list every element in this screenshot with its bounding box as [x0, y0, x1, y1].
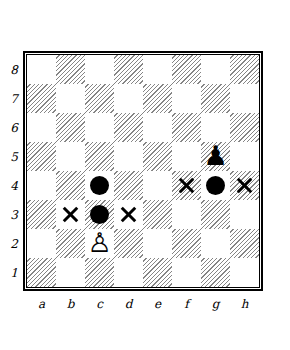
square-c3[interactable]: [85, 200, 114, 229]
square-e4[interactable]: [143, 171, 172, 200]
square-f2[interactable]: [172, 229, 201, 258]
file-label-d: d: [114, 297, 143, 311]
square-d4[interactable]: [114, 171, 143, 200]
square-g3[interactable]: [201, 200, 230, 229]
square-g2[interactable]: [201, 229, 230, 258]
square-c4[interactable]: [85, 171, 114, 200]
square-c1[interactable]: [85, 258, 114, 287]
white-pawn[interactable]: ♙: [87, 228, 111, 257]
square-h6[interactable]: [230, 113, 259, 142]
square-e1[interactable]: [143, 258, 172, 287]
rank-label-3: 3: [0, 200, 18, 229]
square-b4[interactable]: [56, 171, 85, 200]
square-d3[interactable]: [114, 200, 143, 229]
square-b6[interactable]: [56, 113, 85, 142]
rank-label-5: 5: [0, 142, 18, 171]
rank-label-8: 8: [0, 55, 18, 84]
square-c7[interactable]: [85, 84, 114, 113]
square-f4[interactable]: [172, 171, 201, 200]
square-e6[interactable]: [143, 113, 172, 142]
board-grid: ♟♙: [27, 55, 259, 287]
square-b8[interactable]: [56, 55, 85, 84]
square-h4[interactable]: [230, 171, 259, 200]
square-g5[interactable]: ♟: [201, 142, 230, 171]
rank-labels: 87654321: [0, 55, 18, 287]
square-f3[interactable]: [172, 200, 201, 229]
square-b2[interactable]: [56, 229, 85, 258]
square-h5[interactable]: [230, 142, 259, 171]
square-f6[interactable]: [172, 113, 201, 142]
square-e2[interactable]: [143, 229, 172, 258]
rank-label-1: 1: [0, 258, 18, 287]
square-d5[interactable]: [114, 142, 143, 171]
square-a1[interactable]: [27, 258, 56, 287]
square-g8[interactable]: [201, 55, 230, 84]
rank-label-4: 4: [0, 171, 18, 200]
dot-marker: [90, 176, 109, 195]
square-d7[interactable]: [114, 84, 143, 113]
chess-board: ♟♙: [23, 51, 263, 291]
x-marker: [60, 204, 81, 225]
square-a2[interactable]: [27, 229, 56, 258]
black-pawn[interactable]: ♟: [203, 141, 227, 170]
square-b3[interactable]: [56, 200, 85, 229]
square-e3[interactable]: [143, 200, 172, 229]
x-marker: [234, 175, 255, 196]
square-h8[interactable]: [230, 55, 259, 84]
square-e7[interactable]: [143, 84, 172, 113]
square-d6[interactable]: [114, 113, 143, 142]
chess-diagram: 87654321 ♟♙ abcdefgh: [0, 0, 290, 350]
square-h7[interactable]: [230, 84, 259, 113]
dot-marker: [206, 176, 225, 195]
square-f5[interactable]: [172, 142, 201, 171]
square-a5[interactable]: [27, 142, 56, 171]
file-label-h: h: [230, 297, 259, 311]
file-label-a: a: [27, 297, 56, 311]
rank-label-7: 7: [0, 84, 18, 113]
file-label-e: e: [143, 297, 172, 311]
square-h1[interactable]: [230, 258, 259, 287]
board-inner-frame: ♟♙: [26, 54, 260, 288]
rank-label-6: 6: [0, 113, 18, 142]
square-a8[interactable]: [27, 55, 56, 84]
rank-label-2: 2: [0, 229, 18, 258]
square-h3[interactable]: [230, 200, 259, 229]
square-c6[interactable]: [85, 113, 114, 142]
dot-marker: [90, 205, 109, 224]
square-c2[interactable]: ♙: [85, 229, 114, 258]
square-f8[interactable]: [172, 55, 201, 84]
square-b7[interactable]: [56, 84, 85, 113]
square-c8[interactable]: [85, 55, 114, 84]
square-f1[interactable]: [172, 258, 201, 287]
file-label-f: f: [172, 297, 201, 311]
square-a3[interactable]: [27, 200, 56, 229]
square-g4[interactable]: [201, 171, 230, 200]
square-a7[interactable]: [27, 84, 56, 113]
file-label-g: g: [201, 297, 230, 311]
square-e8[interactable]: [143, 55, 172, 84]
square-d2[interactable]: [114, 229, 143, 258]
square-a6[interactable]: [27, 113, 56, 142]
x-marker: [118, 204, 139, 225]
square-b5[interactable]: [56, 142, 85, 171]
file-label-c: c: [85, 297, 114, 311]
square-h2[interactable]: [230, 229, 259, 258]
x-marker: [176, 175, 197, 196]
file-labels: abcdefgh: [27, 297, 259, 311]
square-d8[interactable]: [114, 55, 143, 84]
square-d1[interactable]: [114, 258, 143, 287]
square-b1[interactable]: [56, 258, 85, 287]
square-a4[interactable]: [27, 171, 56, 200]
square-g6[interactable]: [201, 113, 230, 142]
square-c5[interactable]: [85, 142, 114, 171]
square-g7[interactable]: [201, 84, 230, 113]
file-label-b: b: [56, 297, 85, 311]
square-e5[interactable]: [143, 142, 172, 171]
square-f7[interactable]: [172, 84, 201, 113]
square-g1[interactable]: [201, 258, 230, 287]
